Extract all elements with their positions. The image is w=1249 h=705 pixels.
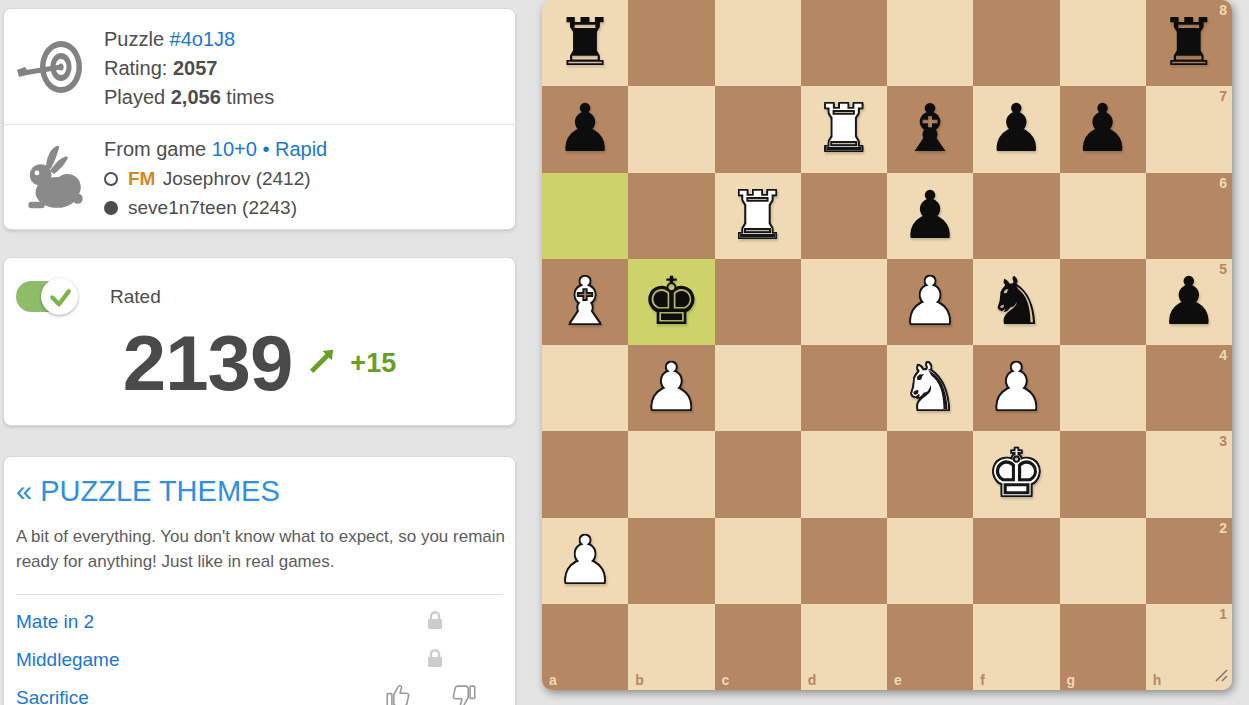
board-resize-handle[interactable]: [1213, 667, 1229, 687]
from-game-line: From game 10+0 • Rapid: [104, 135, 515, 164]
square-e3[interactable]: [887, 431, 973, 517]
square-e7[interactable]: ♝: [887, 86, 973, 172]
square-f7[interactable]: ♟: [973, 86, 1059, 172]
board-container: ♜♜8♟♜♝♟♟7♜♟6♝♚♟♞♟5♟♞♟4♚3♟2abcdefg1h: [542, 0, 1232, 690]
square-g1[interactable]: g: [1060, 604, 1146, 690]
piece-black-knight[interactable]: ♞: [987, 269, 1046, 335]
rank-label-6: 6: [1219, 176, 1227, 190]
piece-white-pawn[interactable]: ♟: [901, 269, 960, 335]
square-g2[interactable]: [1060, 518, 1146, 604]
piece-black-rook[interactable]: ♜: [1159, 10, 1218, 76]
rating-up-arrow-icon: [306, 346, 336, 380]
square-c3[interactable]: [715, 431, 801, 517]
rating-value: 2057: [173, 57, 218, 79]
file-label-a: a: [549, 673, 557, 687]
piece-black-pawn[interactable]: ♟: [987, 96, 1046, 162]
themes-panel: « PUZZLE THEMES A bit of everything. You…: [3, 456, 516, 705]
played-count: 2,056: [171, 86, 221, 108]
square-b8[interactable]: [628, 0, 714, 86]
square-c8[interactable]: [715, 0, 801, 86]
black-player-name: seve1n7teen (2243): [128, 193, 297, 222]
theme-row-mate-in-2: Mate in 2: [16, 603, 503, 641]
puzzle-target-icon: [17, 29, 91, 109]
piece-white-pawn[interactable]: ♟: [642, 355, 701, 421]
piece-white-bishop[interactable]: ♝: [556, 269, 615, 335]
rank-label-5: 5: [1219, 262, 1227, 276]
played-suffix: times: [226, 86, 274, 108]
rapid-rabbit-icon: [18, 139, 90, 219]
square-c4[interactable]: [715, 345, 801, 431]
square-d5[interactable]: [801, 259, 887, 345]
square-f6[interactable]: [973, 173, 1059, 259]
square-e4[interactable]: ♞: [887, 345, 973, 431]
file-label-f: f: [980, 673, 985, 687]
square-c1[interactable]: c: [715, 604, 801, 690]
square-g7[interactable]: ♟: [1060, 86, 1146, 172]
square-b3[interactable]: [628, 431, 714, 517]
square-a5[interactable]: ♝: [542, 259, 628, 345]
white-player-icon: [104, 172, 118, 186]
square-d6[interactable]: [801, 173, 887, 259]
piece-black-pawn[interactable]: ♟: [556, 96, 615, 162]
piece-white-pawn[interactable]: ♟: [556, 528, 615, 594]
square-a2[interactable]: ♟: [542, 518, 628, 604]
puzzle-rating-line: Rating: 2057: [104, 54, 515, 83]
piece-black-pawn[interactable]: ♟: [1073, 96, 1132, 162]
square-h8[interactable]: ♜8: [1146, 0, 1232, 86]
file-label-g: g: [1067, 673, 1076, 687]
user-rating: 2139: [123, 324, 293, 402]
square-g4[interactable]: [1060, 345, 1146, 431]
from-game-label: From game: [104, 138, 206, 160]
square-d3[interactable]: [801, 431, 887, 517]
square-f2[interactable]: [973, 518, 1059, 604]
puzzle-label: Puzzle: [104, 28, 164, 50]
square-h3[interactable]: 3: [1146, 431, 1232, 517]
square-h5[interactable]: ♟5: [1146, 259, 1232, 345]
square-c5[interactable]: [715, 259, 801, 345]
piece-white-knight[interactable]: ♞: [901, 355, 960, 421]
piece-black-king[interactable]: ♚: [642, 269, 701, 335]
themes-description: A bit of everything. You don't know what…: [16, 524, 508, 574]
square-e1[interactable]: e: [887, 604, 973, 690]
rated-label: Rated: [110, 286, 161, 308]
square-b4[interactable]: ♟: [628, 345, 714, 431]
square-h4[interactable]: 4: [1146, 345, 1232, 431]
square-d4[interactable]: [801, 345, 887, 431]
played-label: Played: [104, 86, 165, 108]
square-f3[interactable]: ♚: [973, 431, 1059, 517]
square-d8[interactable]: [801, 0, 887, 86]
thumbs-down-icon[interactable]: [449, 681, 479, 705]
square-h6[interactable]: 6: [1146, 173, 1232, 259]
square-a4[interactable]: [542, 345, 628, 431]
white-player-name: FM Josephrov (2412): [128, 164, 311, 193]
square-f4[interactable]: ♟: [973, 345, 1059, 431]
square-a8[interactable]: ♜: [542, 0, 628, 86]
square-c6[interactable]: ♜: [715, 173, 801, 259]
square-h7[interactable]: 7: [1146, 86, 1232, 172]
square-c2[interactable]: [715, 518, 801, 604]
rating-panel: Rated 2139 +15: [3, 257, 516, 426]
square-a7[interactable]: ♟: [542, 86, 628, 172]
rank-label-4: 4: [1219, 348, 1227, 362]
piece-black-pawn[interactable]: ♟: [1159, 269, 1218, 335]
square-b7[interactable]: [628, 86, 714, 172]
square-c7[interactable]: [715, 86, 801, 172]
square-g5[interactable]: [1060, 259, 1146, 345]
theme-link-middlegame[interactable]: Middlegame: [16, 649, 120, 671]
theme-link-sacrifice[interactable]: Sacrifice: [16, 687, 89, 705]
square-d2[interactable]: [801, 518, 887, 604]
square-h2[interactable]: 2: [1146, 518, 1232, 604]
file-label-e: e: [894, 673, 902, 687]
toggle-knob: [41, 278, 78, 315]
piece-black-rook[interactable]: ♜: [556, 10, 615, 76]
rating-label: Rating:: [104, 57, 167, 79]
rated-toggle[interactable]: [16, 278, 78, 316]
piece-white-rook[interactable]: ♜: [728, 183, 787, 249]
lock-icon: [425, 648, 445, 672]
puzzle-id-link[interactable]: #4o1J8: [170, 28, 236, 50]
black-player-row: seve1n7teen (2243): [104, 193, 515, 222]
square-f5[interactable]: ♞: [973, 259, 1059, 345]
rank-label-8: 8: [1219, 3, 1227, 17]
square-a6[interactable]: [542, 173, 628, 259]
chess-board: ♜♜8♟♜♝♟♟7♜♟6♝♚♟♞♟5♟♞♟4♚3♟2abcdefg1h: [542, 0, 1232, 690]
square-e2[interactable]: [887, 518, 973, 604]
file-label-c: c: [722, 673, 730, 687]
puzzle-info-panel: Puzzle #4o1J8 Rating: 2057 Played 2,056 …: [3, 8, 516, 230]
square-d1[interactable]: d: [801, 604, 887, 690]
piece-white-pawn[interactable]: ♟: [987, 355, 1046, 421]
square-g8[interactable]: [1060, 0, 1146, 86]
divider: [16, 594, 503, 595]
piece-white-king[interactable]: ♚: [987, 441, 1046, 507]
theme-row-sacrifice: Sacrifice: [16, 679, 503, 705]
thumbs-up-icon[interactable]: [383, 681, 413, 705]
rank-label-1: 1: [1219, 607, 1227, 621]
rank-label-3: 3: [1219, 434, 1227, 448]
game-link[interactable]: 10+0 • Rapid: [212, 138, 327, 160]
square-d7[interactable]: ♜: [801, 86, 887, 172]
square-g3[interactable]: [1060, 431, 1146, 517]
white-player-title: FM: [128, 168, 155, 189]
square-f1[interactable]: f: [973, 604, 1059, 690]
theme-row-middlegame: Middlegame: [16, 641, 503, 679]
square-g6[interactable]: [1060, 173, 1146, 259]
rating-change: +15: [350, 348, 396, 379]
lock-icon: [425, 610, 445, 634]
piece-white-rook[interactable]: ♜: [814, 96, 873, 162]
square-f8[interactable]: [973, 0, 1059, 86]
square-b6[interactable]: [628, 173, 714, 259]
square-e8[interactable]: [887, 0, 973, 86]
white-player-row: FM Josephrov (2412): [104, 164, 515, 193]
square-b1[interactable]: b: [628, 604, 714, 690]
rank-label-2: 2: [1219, 521, 1227, 535]
square-e5[interactable]: ♟: [887, 259, 973, 345]
black-player-icon: [104, 201, 118, 215]
square-b2[interactable]: [628, 518, 714, 604]
puzzle-title-line: Puzzle #4o1J8: [104, 25, 515, 54]
piece-black-pawn[interactable]: ♟: [901, 183, 960, 249]
square-e6[interactable]: ♟: [887, 173, 973, 259]
square-a3[interactable]: [542, 431, 628, 517]
theme-link-mate-in-2[interactable]: Mate in 2: [16, 611, 94, 633]
piece-black-bishop[interactable]: ♝: [901, 96, 960, 162]
themes-heading[interactable]: « PUZZLE THEMES: [16, 475, 503, 508]
checkmark-icon: [41, 278, 78, 315]
puzzle-played-line: Played 2,056 times: [104, 83, 515, 112]
square-a1[interactable]: a: [542, 604, 628, 690]
file-label-d: d: [808, 673, 817, 687]
square-b5[interactable]: ♚: [628, 259, 714, 345]
file-label-b: b: [635, 673, 644, 687]
rank-label-7: 7: [1219, 89, 1227, 103]
file-label-h: h: [1153, 673, 1162, 687]
